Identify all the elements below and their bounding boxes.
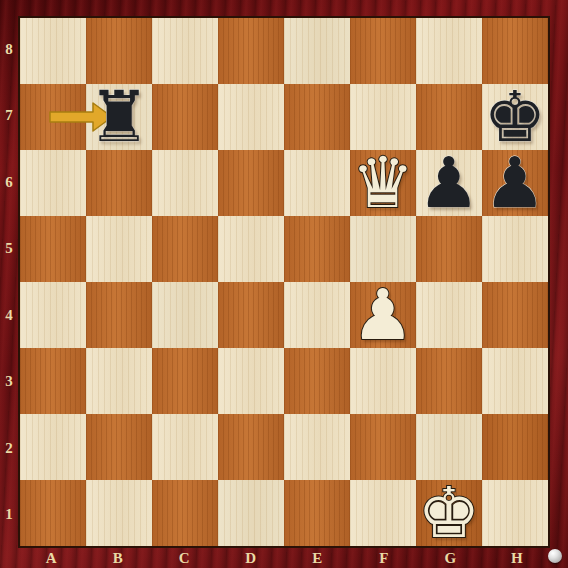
white-queen-f6[interactable]: ♛: [350, 150, 416, 216]
black-pawn-h6[interactable]: ♟: [482, 150, 548, 216]
board-frame: ♜ ♚ ♛ ♟ ♟ ♟ ♚: [18, 16, 550, 548]
file-label-c: C: [151, 546, 218, 568]
pieces-layer: ♜ ♚ ♛ ♟ ♟ ♟ ♚: [20, 18, 548, 546]
white-pawn-f4[interactable]: ♟: [350, 282, 416, 348]
white-king-g1[interactable]: ♚: [416, 480, 482, 546]
rank-label-4: 4: [0, 282, 18, 349]
rank-label-3: 3: [0, 349, 18, 416]
chessboard-window: 8 7 6 5 4 3 2 1 A B C D E F G H ♜ ♚ ♛ ♟ …: [0, 0, 568, 568]
rank-label-6: 6: [0, 149, 18, 216]
rank-label-7: 7: [0, 83, 18, 150]
file-label-b: B: [85, 546, 152, 568]
rank-label-2: 2: [0, 415, 18, 482]
rank-label-5: 5: [0, 216, 18, 283]
rank-labels: 8 7 6 5 4 3 2 1: [0, 16, 18, 548]
resize-handle-ball[interactable]: [548, 549, 562, 563]
black-rook-b7[interactable]: ♜: [86, 84, 152, 150]
file-label-f: F: [351, 546, 418, 568]
file-label-d: D: [218, 546, 285, 568]
rank-label-8: 8: [0, 16, 18, 83]
file-label-a: A: [18, 546, 85, 568]
black-king-h7[interactable]: ♚: [482, 84, 548, 150]
file-label-e: E: [284, 546, 351, 568]
rank-label-1: 1: [0, 482, 18, 549]
file-label-h: H: [484, 546, 551, 568]
black-pawn-g6[interactable]: ♟: [416, 150, 482, 216]
